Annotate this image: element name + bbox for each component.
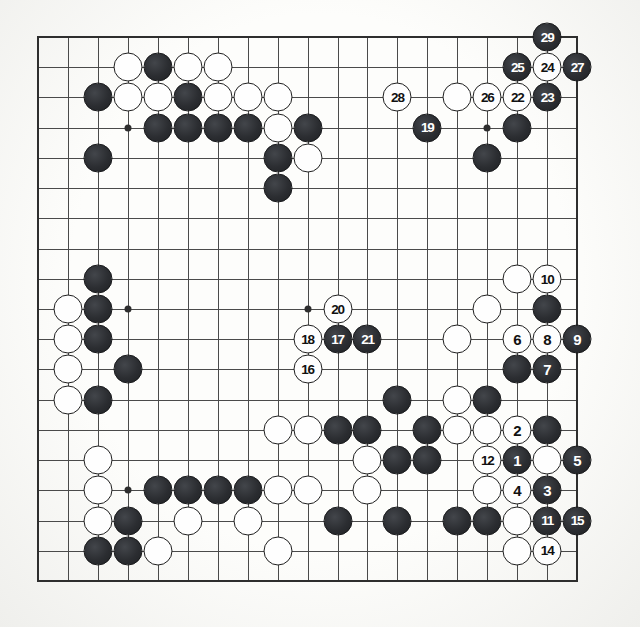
black-stone-move-21: 21	[353, 325, 382, 354]
black-stone	[83, 264, 112, 293]
move-number: 8	[543, 332, 551, 347]
white-stone-move-6: 6	[503, 325, 532, 354]
move-number: 26	[481, 91, 494, 105]
move-number: 11	[541, 514, 553, 528]
move-number: 5	[573, 453, 581, 468]
black-stone	[473, 385, 502, 414]
white-stone-move-22: 22	[503, 83, 532, 112]
white-stone	[53, 355, 82, 384]
white-stone	[503, 506, 532, 535]
black-stone-move-5: 5	[563, 446, 592, 475]
hoshi-point	[124, 124, 131, 131]
white-stone	[53, 294, 82, 323]
black-stone-move-25: 25	[503, 53, 532, 82]
white-stone	[473, 476, 502, 505]
hoshi-point	[124, 487, 131, 494]
move-number: 23	[541, 91, 554, 105]
white-stone-move-8: 8	[533, 325, 562, 354]
white-stone	[263, 536, 292, 565]
black-stone-move-19: 19	[413, 113, 442, 142]
black-stone	[83, 536, 112, 565]
white-stone-move-4: 4	[503, 476, 532, 505]
white-stone	[203, 83, 232, 112]
white-stone-move-2: 2	[503, 415, 532, 444]
white-stone	[233, 83, 262, 112]
black-stone	[233, 113, 262, 142]
black-stone-move-15: 15	[563, 506, 592, 535]
move-number: 1	[513, 453, 521, 468]
white-stone	[173, 53, 202, 82]
hoshi-point	[124, 305, 131, 312]
move-number: 29	[541, 30, 554, 44]
move-number: 20	[331, 302, 344, 316]
move-number: 6	[513, 332, 521, 347]
black-stone	[383, 385, 412, 414]
black-stone-move-23: 23	[533, 83, 562, 112]
white-stone	[113, 83, 142, 112]
hoshi-point	[484, 124, 491, 131]
white-stone	[263, 476, 292, 505]
black-stone	[263, 174, 292, 203]
white-stone	[533, 446, 562, 475]
move-number: 14	[541, 544, 554, 558]
black-stone-move-9: 9	[563, 325, 592, 354]
white-stone	[143, 536, 172, 565]
black-stone	[83, 83, 112, 112]
black-stone	[83, 143, 112, 172]
white-stone	[173, 506, 202, 535]
white-stone	[443, 415, 472, 444]
black-stone	[173, 476, 202, 505]
move-number: 21	[361, 332, 374, 346]
white-stone-move-16: 16	[293, 355, 322, 384]
black-stone-move-7: 7	[533, 355, 562, 384]
white-stone	[503, 536, 532, 565]
move-number: 24	[541, 60, 554, 74]
move-number: 27	[571, 60, 584, 74]
white-stone-move-28: 28	[383, 83, 412, 112]
move-number: 12	[481, 453, 494, 467]
black-stone	[503, 113, 532, 142]
black-stone	[383, 446, 412, 475]
black-stone	[143, 53, 172, 82]
black-stone-move-17: 17	[323, 325, 352, 354]
black-stone-move-3: 3	[533, 476, 562, 505]
white-stone-move-12: 12	[473, 446, 502, 475]
black-stone	[83, 385, 112, 414]
black-stone	[323, 506, 352, 535]
white-stone	[53, 385, 82, 414]
move-number: 17	[331, 332, 344, 346]
move-number: 22	[511, 91, 524, 105]
black-stone	[413, 415, 442, 444]
white-stone	[83, 476, 112, 505]
white-stone	[443, 83, 472, 112]
white-stone	[443, 325, 472, 354]
black-stone-move-1: 1	[503, 446, 532, 475]
white-stone	[293, 415, 322, 444]
black-stone	[383, 506, 412, 535]
black-stone	[203, 476, 232, 505]
black-stone	[413, 446, 442, 475]
move-number: 2	[513, 422, 521, 437]
black-stone	[503, 355, 532, 384]
black-stone-move-11: 11	[533, 506, 562, 535]
move-number: 16	[301, 363, 314, 377]
move-number: 4	[513, 483, 521, 498]
white-stone	[233, 506, 262, 535]
white-stone	[503, 264, 532, 293]
white-stone	[263, 83, 292, 112]
black-stone	[83, 325, 112, 354]
black-stone	[263, 143, 292, 172]
move-number: 19	[421, 121, 434, 135]
hoshi-point	[304, 305, 311, 312]
white-stone-move-10: 10	[533, 264, 562, 293]
white-stone	[473, 294, 502, 323]
black-stone	[293, 113, 322, 142]
white-stone	[353, 446, 382, 475]
white-stone	[293, 143, 322, 172]
white-stone	[443, 385, 472, 414]
white-stone-move-20: 20	[323, 294, 352, 323]
black-stone-move-29: 29	[533, 23, 562, 52]
black-stone	[173, 113, 202, 142]
white-stone-move-14: 14	[533, 536, 562, 565]
white-stone-move-24: 24	[533, 53, 562, 82]
black-stone	[83, 294, 112, 323]
black-stone-move-27: 27	[563, 53, 592, 82]
kifu-page: 2925242728262223191020181721689167212154…	[0, 0, 640, 627]
white-stone	[53, 325, 82, 354]
white-stone	[143, 83, 172, 112]
move-number: 3	[543, 483, 551, 498]
white-stone	[263, 415, 292, 444]
move-number: 10	[541, 272, 554, 286]
black-stone	[113, 536, 142, 565]
black-stone	[173, 83, 202, 112]
black-stone	[113, 355, 142, 384]
black-stone	[533, 415, 562, 444]
white-stone-move-26: 26	[473, 83, 502, 112]
go-board: 2925242728262223191020181721689167212154…	[0, 0, 640, 627]
black-stone	[533, 294, 562, 323]
white-stone	[353, 476, 382, 505]
black-stone	[443, 506, 472, 535]
black-stone	[473, 506, 502, 535]
white-stone-move-18: 18	[293, 325, 322, 354]
move-number: 15	[571, 514, 584, 528]
move-number: 18	[301, 332, 314, 346]
black-stone	[143, 476, 172, 505]
white-stone	[83, 446, 112, 475]
move-number: 28	[391, 91, 404, 105]
black-stone	[323, 415, 352, 444]
move-number: 9	[573, 332, 581, 347]
white-stone	[293, 476, 322, 505]
black-stone	[203, 113, 232, 142]
black-stone	[233, 476, 262, 505]
move-number: 7	[543, 362, 551, 377]
white-stone	[83, 506, 112, 535]
white-stone	[263, 113, 292, 142]
black-stone	[113, 506, 142, 535]
white-stone	[113, 53, 142, 82]
white-stone	[473, 415, 502, 444]
black-stone	[473, 143, 502, 172]
white-stone	[203, 53, 232, 82]
black-stone	[353, 415, 382, 444]
move-number: 25	[511, 60, 524, 74]
black-stone	[143, 113, 172, 142]
